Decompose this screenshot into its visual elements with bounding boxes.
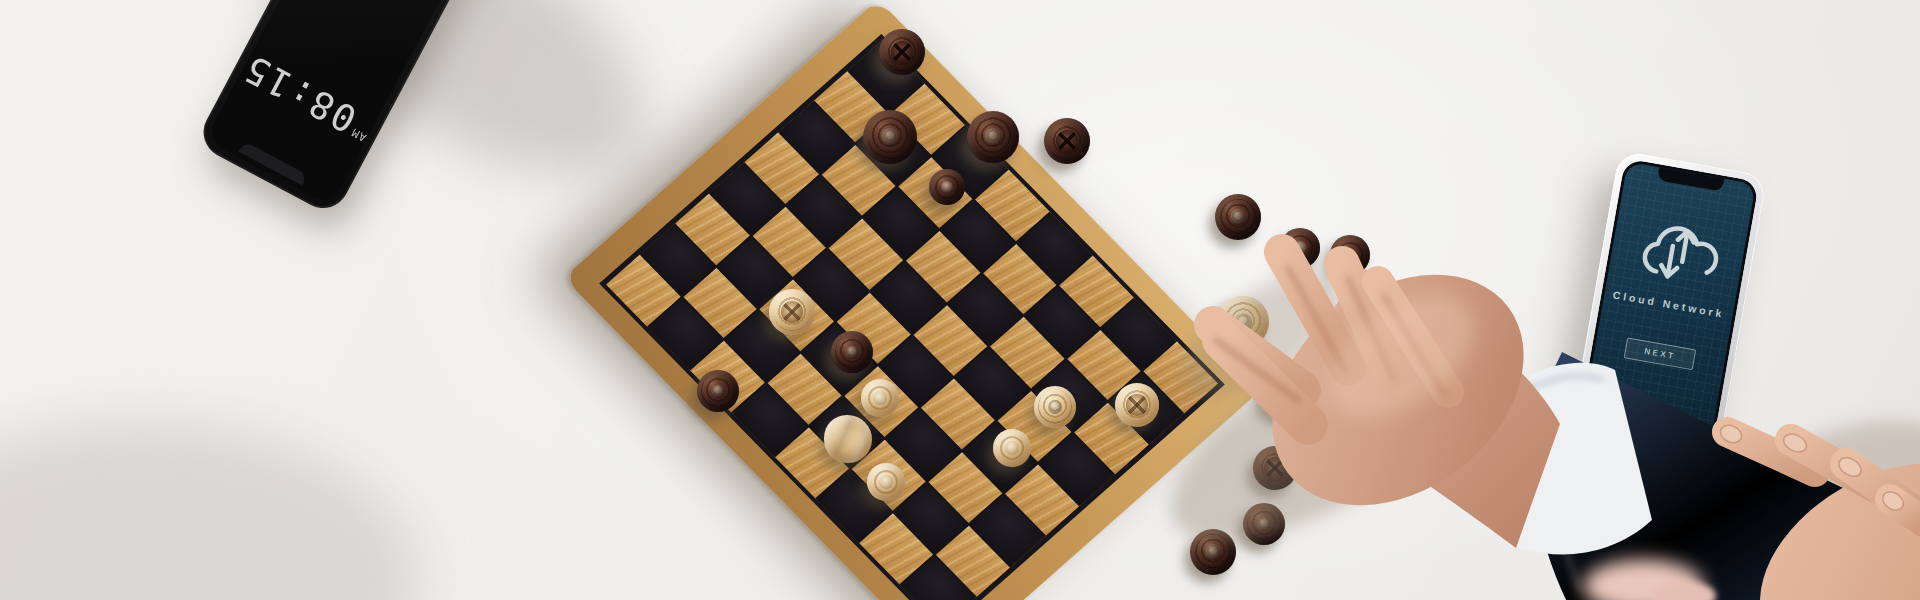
white-pawn[interactable] — [993, 429, 1031, 467]
black-pawn[interactable] — [929, 169, 965, 205]
white-bishop[interactable] — [1034, 386, 1076, 428]
black-queen[interactable] — [863, 110, 917, 164]
black-rook[interactable] — [1044, 118, 1090, 164]
clock-time: AM08:15 — [235, 45, 381, 150]
black-king[interactable] — [967, 111, 1019, 163]
white-pawn[interactable] — [867, 463, 905, 501]
white-knight[interactable] — [824, 415, 872, 463]
white-rook[interactable] — [769, 289, 815, 335]
clock-meridiem: AM — [349, 125, 369, 144]
black-rook[interactable] — [879, 29, 925, 75]
hands-overlay — [1100, 150, 1920, 600]
black-bishop[interactable] — [697, 370, 739, 412]
black-bishop[interactable] — [831, 331, 873, 373]
white-pawn[interactable] — [861, 379, 899, 417]
